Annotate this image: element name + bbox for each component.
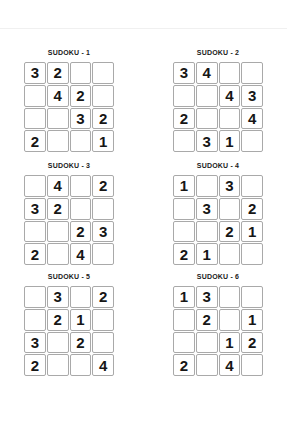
sudoku-cell-r3c2 [47,332,69,354]
puzzle-2-title: SUDOKU - 2 [173,47,263,59]
sudoku-cell-r2c4 [92,309,114,331]
sudoku-cell-r2c3: 1 [70,309,92,331]
sudoku-cell-r3c4: 2 [241,332,263,354]
sudoku-cell-r1c2: 4 [47,175,69,197]
sudoku-cell-r1c1 [24,286,46,308]
sudoku-cell-r1c3 [70,286,92,308]
sudoku-cell-r1c2: 2 [47,62,69,84]
puzzle-3: SUDOKU - 3 42322324 [24,160,114,265]
sudoku-cell-r2c3 [70,198,92,220]
sudoku-cell-r4c4 [241,130,263,152]
sudoku-cell-r2c4: 1 [241,309,263,331]
sudoku-cell-r3c3: 2 [70,221,92,243]
sudoku-cell-r4c2 [47,130,69,152]
sudoku-cell-r4c1: 2 [24,354,46,376]
sudoku-cell-r4c3: 4 [70,243,92,265]
sudoku-cell-r1c4 [241,62,263,84]
sudoku-cell-r3c3: 3 [70,108,92,130]
puzzle-6-title: SUDOKU - 6 [173,271,263,283]
sudoku-cell-r2c1 [24,85,46,107]
puzzle-1: SUDOKU - 1 32423221 [24,47,114,152]
sudoku-cell-r1c2: 4 [196,62,218,84]
sudoku-cell-r4c2 [47,354,69,376]
sudoku-cell-r2c3: 2 [70,85,92,107]
sudoku-cell-r3c3: 2 [219,221,241,243]
sudoku-cell-r4c3: 1 [219,130,241,152]
sudoku-cell-r3c1: 3 [24,332,46,354]
sudoku-cell-r2c2: 2 [47,309,69,331]
sudoku-cell-r2c4: 3 [241,85,263,107]
puzzle-3-title: SUDOKU - 3 [24,160,114,172]
sudoku-cell-r1c1: 1 [173,175,195,197]
sudoku-cell-r4c4 [92,243,114,265]
sudoku-cell-r3c4: 4 [241,108,263,130]
sudoku-cell-r1c4 [241,286,263,308]
sudoku-grid-2: 34432431 [173,62,263,152]
sudoku-cell-r3c3: 1 [219,332,241,354]
sudoku-cell-r1c1: 1 [173,286,195,308]
sudoku-cell-r2c1 [173,309,195,331]
page-divider-line [0,28,287,29]
sudoku-cell-r4c1: 2 [173,243,195,265]
puzzle-6: SUDOKU - 6 13211224 [173,271,263,376]
sudoku-cell-r4c1: 2 [24,243,46,265]
sudoku-cell-r1c3 [219,62,241,84]
sudoku-cell-r4c4 [241,354,263,376]
sudoku-cell-r4c3 [70,354,92,376]
sudoku-cell-r1c3 [70,62,92,84]
sudoku-cell-r2c2 [196,85,218,107]
sudoku-cell-r4c1: 2 [24,130,46,152]
sudoku-cell-r3c3: 2 [70,332,92,354]
sudoku-cell-r2c3: 4 [219,85,241,107]
sudoku-cell-r1c1: 3 [24,62,46,84]
sudoku-cell-r1c4: 2 [92,286,114,308]
sudoku-cell-r1c4 [92,62,114,84]
sudoku-cell-r2c2: 4 [47,85,69,107]
sudoku-cell-r2c1 [173,198,195,220]
sudoku-cell-r3c2 [47,108,69,130]
sudoku-cell-r4c2: 3 [196,130,218,152]
sudoku-cell-r1c2: 3 [196,286,218,308]
sudoku-cell-r4c3 [70,130,92,152]
sudoku-cell-r3c4: 2 [92,108,114,130]
sudoku-cell-r4c4: 4 [92,354,114,376]
sudoku-cell-r1c3: 3 [219,175,241,197]
sudoku-cell-r1c1: 3 [173,62,195,84]
sudoku-cell-r3c2 [196,108,218,130]
sudoku-cell-r1c2 [196,175,218,197]
sudoku-grid-5: 32213224 [24,286,114,376]
sudoku-grid-3: 42322324 [24,175,114,265]
sudoku-cell-r4c4 [241,243,263,265]
sudoku-cell-r2c3 [219,198,241,220]
sudoku-cell-r4c3 [219,243,241,265]
sudoku-cell-r2c4 [92,85,114,107]
sudoku-cell-r4c2: 1 [196,243,218,265]
sudoku-cell-r3c1 [173,221,195,243]
puzzle-5: SUDOKU - 5 32213224 [24,271,114,376]
puzzle-2: SUDOKU - 2 34432431 [173,47,263,152]
sudoku-cell-r3c2 [196,332,218,354]
sudoku-cell-r3c4: 3 [92,221,114,243]
sudoku-cell-r1c4 [241,175,263,197]
sudoku-grid-4: 13322121 [173,175,263,265]
sudoku-cell-r2c4 [92,198,114,220]
sudoku-grid-6: 13211224 [173,286,263,376]
puzzle-5-title: SUDOKU - 5 [24,271,114,283]
sudoku-cell-r4c2 [47,243,69,265]
sudoku-cell-r2c1: 3 [24,198,46,220]
sudoku-cell-r3c1 [24,221,46,243]
sudoku-grid-1: 32423221 [24,62,114,152]
sudoku-cell-r3c1 [173,332,195,354]
sudoku-cell-r4c3: 4 [219,354,241,376]
sudoku-cell-r1c4: 2 [92,175,114,197]
sudoku-cell-r2c2: 3 [196,198,218,220]
sudoku-cell-r2c4: 2 [241,198,263,220]
sudoku-cell-r3c2 [196,221,218,243]
sudoku-cell-r1c2: 3 [47,286,69,308]
sudoku-cell-r3c4: 1 [241,221,263,243]
sudoku-cell-r1c3 [70,175,92,197]
sudoku-cell-r2c2: 2 [47,198,69,220]
sudoku-cell-r2c1 [173,85,195,107]
sudoku-cell-r3c1 [24,108,46,130]
sudoku-cell-r4c1 [173,130,195,152]
sudoku-cell-r1c1 [24,175,46,197]
worksheet-page: SUDOKU - 1 32423221 SUDOKU - 2 34432431 … [0,0,287,430]
sudoku-cell-r4c1: 2 [173,354,195,376]
sudoku-cell-r3c1: 2 [173,108,195,130]
sudoku-cell-r3c3 [219,108,241,130]
sudoku-cell-r2c1 [24,309,46,331]
sudoku-cell-r4c2 [196,354,218,376]
sudoku-cell-r2c2: 2 [196,309,218,331]
sudoku-cell-r4c4: 1 [92,130,114,152]
puzzle-1-title: SUDOKU - 1 [24,47,114,59]
sudoku-cell-r2c3 [219,309,241,331]
sudoku-cell-r1c3 [219,286,241,308]
puzzle-4: SUDOKU - 4 13322121 [173,160,263,265]
sudoku-cell-r3c2 [47,221,69,243]
sudoku-cell-r3c4 [92,332,114,354]
puzzle-4-title: SUDOKU - 4 [173,160,263,172]
